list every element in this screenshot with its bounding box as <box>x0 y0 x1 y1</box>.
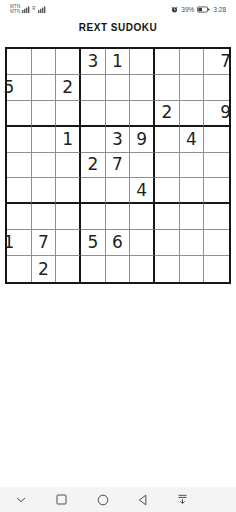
cell-r1c2[interactable] <box>32 49 57 75</box>
cell-r8c5[interactable]: 6 <box>106 230 131 256</box>
page-title: REXT SUDOKU <box>0 21 236 34</box>
cell-r2c8[interactable] <box>180 75 205 101</box>
cell-r1c1[interactable] <box>7 49 32 75</box>
cell-r9c5[interactable] <box>106 256 131 282</box>
given-digit: 9 <box>136 131 147 148</box>
cell-r7c1[interactable] <box>7 204 32 230</box>
cell-r7c4[interactable] <box>81 204 106 230</box>
cell-r1c3[interactable] <box>56 49 81 75</box>
status-bar: MTN MTN R <box>0 0 236 18</box>
given-digit: 6 <box>112 234 123 251</box>
given-digit: 5 <box>3 79 14 96</box>
cell-r5c3[interactable] <box>56 153 81 179</box>
cell-r1c7[interactable] <box>155 49 180 75</box>
clock-time: 3:28 <box>213 6 226 13</box>
cell-r7c9[interactable] <box>204 204 229 230</box>
pulldown-icon <box>177 494 188 505</box>
cell-r1c6[interactable] <box>130 49 155 75</box>
cell-r3c8[interactable] <box>180 101 205 127</box>
cell-r1c4[interactable]: 3 <box>81 49 106 75</box>
cell-r5c1[interactable] <box>7 153 32 179</box>
triangle-back-icon <box>138 494 147 506</box>
cell-r3c7[interactable]: 2 <box>155 101 180 127</box>
cell-r2c4[interactable] <box>81 75 106 101</box>
square-recents-icon <box>56 494 67 505</box>
cell-r5c4[interactable]: 2 <box>81 153 106 179</box>
recents-button[interactable] <box>56 494 67 505</box>
cell-r9c3[interactable] <box>56 256 81 282</box>
alarm-icon <box>171 6 178 13</box>
cell-r3c6[interactable] <box>130 101 155 127</box>
given-digit: 7 <box>38 234 49 251</box>
cell-r5c5[interactable]: 7 <box>106 153 131 179</box>
cell-r2c1[interactable]: 5 <box>7 75 32 101</box>
given-digit: 2 <box>62 79 73 96</box>
cell-r3c9[interactable]: 9 <box>204 101 229 127</box>
cell-r4c5[interactable]: 3 <box>106 127 131 153</box>
cell-r4c8[interactable]: 4 <box>180 127 205 153</box>
cell-r6c8[interactable] <box>180 178 205 204</box>
given-digit: 7 <box>112 156 123 173</box>
cell-r4c7[interactable] <box>155 127 180 153</box>
back-button[interactable] <box>138 494 147 506</box>
given-digit: 2 <box>161 104 172 121</box>
cell-r2c3[interactable]: 2 <box>56 75 81 101</box>
cell-r3c2[interactable] <box>32 101 57 127</box>
cell-r1c8[interactable] <box>180 49 205 75</box>
app-screen: MTN MTN R <box>0 0 236 512</box>
given-digit: 4 <box>186 131 197 148</box>
cell-r9c1[interactable] <box>7 256 32 282</box>
cell-r7c5[interactable] <box>106 204 131 230</box>
cell-r8c9[interactable] <box>204 230 229 256</box>
given-digit: 7 <box>220 53 231 70</box>
cell-r8c2[interactable]: 7 <box>32 230 57 256</box>
cell-r6c1[interactable] <box>7 178 32 204</box>
cell-r7c8[interactable] <box>180 204 205 230</box>
cell-r6c6[interactable]: 4 <box>130 178 155 204</box>
status-right: 39% 3:28 <box>171 6 226 13</box>
cell-r2c6[interactable] <box>130 75 155 101</box>
cell-r7c2[interactable] <box>32 204 57 230</box>
cell-r4c3[interactable]: 1 <box>56 127 81 153</box>
hide-navbar-button[interactable] <box>16 497 26 503</box>
cell-r8c6[interactable] <box>130 230 155 256</box>
cell-r5c6[interactable] <box>130 153 155 179</box>
cell-r5c9[interactable] <box>204 153 229 179</box>
cell-r3c5[interactable] <box>106 101 131 127</box>
cell-r4c1[interactable] <box>7 127 32 153</box>
signal-bars-icon <box>22 5 30 13</box>
cell-r9c6[interactable] <box>130 256 155 282</box>
battery-icon <box>197 6 210 13</box>
cell-r9c4[interactable] <box>81 256 106 282</box>
cell-r6c4[interactable] <box>81 178 106 204</box>
cell-r6c2[interactable] <box>32 178 57 204</box>
cell-r8c7[interactable] <box>155 230 180 256</box>
cell-r1c5[interactable]: 1 <box>106 49 131 75</box>
cell-r6c5[interactable] <box>106 178 131 204</box>
cell-r9c2[interactable]: 2 <box>32 256 57 282</box>
cell-r6c9[interactable] <box>204 178 229 204</box>
circle-home-icon <box>97 494 109 506</box>
given-digit: 1 <box>112 53 123 70</box>
given-digit: 1 <box>62 131 73 148</box>
given-digit: 5 <box>87 234 98 251</box>
sudoku-board: 3175229139427417562 <box>5 47 231 284</box>
given-digit: 4 <box>136 182 147 199</box>
cell-r1c9[interactable]: 7 <box>204 49 229 75</box>
cell-r8c8[interactable] <box>180 230 205 256</box>
cell-r3c1[interactable] <box>7 101 32 127</box>
cell-r4c2[interactable] <box>32 127 57 153</box>
cell-r2c9[interactable] <box>204 75 229 101</box>
cell-r3c3[interactable] <box>56 101 81 127</box>
cell-r5c7[interactable] <box>155 153 180 179</box>
cell-r6c7[interactable] <box>155 178 180 204</box>
cell-r2c2[interactable] <box>32 75 57 101</box>
cell-r7c3[interactable] <box>56 204 81 230</box>
roaming-indicator: R <box>32 6 35 11</box>
navigation-bar <box>0 487 236 512</box>
cell-r8c1[interactable]: 1 <box>7 230 32 256</box>
given-digit: 1 <box>3 234 14 251</box>
battery-percent: 39% <box>181 6 194 13</box>
given-digit: 3 <box>112 131 123 148</box>
navigation-inner <box>16 487 188 512</box>
signal-bars-icon <box>38 5 46 13</box>
given-digit: 3 <box>87 53 98 70</box>
cell-r2c5[interactable] <box>106 75 131 101</box>
cell-r9c9[interactable] <box>204 256 229 282</box>
cell-r4c6[interactable]: 9 <box>130 127 155 153</box>
cell-r6c3[interactable] <box>56 178 81 204</box>
cell-r5c2[interactable] <box>32 153 57 179</box>
carrier-labels: MTN MTN <box>10 4 20 14</box>
cell-r8c3[interactable] <box>56 230 81 256</box>
home-button[interactable] <box>97 494 109 506</box>
given-digit: 9 <box>220 104 231 121</box>
given-digit: 2 <box>38 261 49 278</box>
cell-r9c8[interactable] <box>180 256 205 282</box>
chevron-down-icon <box>16 497 26 503</box>
status-left: MTN MTN R <box>10 4 46 14</box>
cell-r3c4[interactable] <box>81 101 106 127</box>
cell-r4c4[interactable] <box>81 127 106 153</box>
cell-r5c8[interactable] <box>180 153 205 179</box>
cell-r2c7[interactable] <box>155 75 180 101</box>
notification-pulldown-button[interactable] <box>177 494 188 505</box>
cell-r7c6[interactable] <box>130 204 155 230</box>
cell-r7c7[interactable] <box>155 204 180 230</box>
carrier-sim2: MTN <box>10 9 20 14</box>
given-digit: 2 <box>87 156 98 173</box>
cell-r4c9[interactable] <box>204 127 229 153</box>
cell-r8c4[interactable]: 5 <box>81 230 106 256</box>
cell-r9c7[interactable] <box>155 256 180 282</box>
